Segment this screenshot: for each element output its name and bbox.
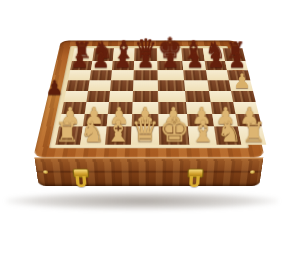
piece-white-bishop-f1: ♝ bbox=[190, 118, 216, 146]
piece-black-pawn-a7: ♟ bbox=[71, 52, 89, 71]
square-c6 bbox=[111, 70, 134, 80]
square-g4 bbox=[209, 91, 234, 102]
square-f7: ♟ bbox=[183, 61, 206, 71]
square-d4 bbox=[133, 91, 159, 102]
piece-white-knight-g1: ♞ bbox=[216, 119, 241, 146]
piece-black-pawn-b7: ♟ bbox=[92, 52, 110, 71]
square-f6 bbox=[183, 70, 207, 80]
piece-black-pawn-f7: ♟ bbox=[186, 52, 204, 71]
piece-white-knight-b1: ♞ bbox=[79, 119, 104, 146]
square-f5 bbox=[184, 80, 208, 91]
square-h4 bbox=[231, 91, 255, 102]
drop-shadow bbox=[6, 192, 278, 210]
brass-latch-left bbox=[70, 169, 92, 187]
square-d6 bbox=[134, 70, 158, 80]
square-a6 bbox=[68, 70, 90, 80]
piece-black-pawn-d7: ♟ bbox=[137, 52, 155, 71]
piece-white-bishop-c1: ♝ bbox=[105, 118, 131, 146]
box-front-face bbox=[34, 157, 263, 186]
hinge-pin-icon bbox=[250, 171, 255, 174]
square-b4 bbox=[86, 91, 110, 102]
piece-black-pawn-e7: ♟ bbox=[162, 52, 180, 71]
square-e6 bbox=[158, 70, 184, 80]
square-g7: ♟ bbox=[204, 61, 227, 71]
square-f1: ♝ bbox=[188, 126, 216, 145]
square-b5 bbox=[88, 80, 111, 91]
spare-light-piece-icon: ♟ bbox=[233, 71, 251, 91]
square-e5 bbox=[158, 80, 185, 91]
piece-white-king-e1: ♚ bbox=[160, 114, 190, 146]
square-c5 bbox=[110, 80, 134, 91]
hinge-pin-icon bbox=[43, 171, 48, 174]
square-d1: ♛ bbox=[131, 126, 159, 145]
spare-dark-piece-icon: ♟ bbox=[45, 78, 63, 98]
board-frame: ♟ ♟ ♜♞♝♛♚♝♞♜♟♟♟♟♟♟♟♟♟♟♟♟♟♟♟♟♜♞♝♛♚♝♞♜ bbox=[33, 41, 265, 158]
square-a7: ♟ bbox=[70, 61, 92, 71]
square-a1: ♜ bbox=[55, 126, 82, 145]
chess-set-photo: ♟ ♟ ♜♞♝♛♚♝♞♜♟♟♟♟♟♟♟♟♟♟♟♟♟♟♟♟♜♞♝♛♚♝♞♜ bbox=[0, 0, 298, 253]
square-f4 bbox=[185, 91, 210, 102]
piece-white-rook-a1: ♜ bbox=[55, 120, 79, 146]
square-h1: ♜ bbox=[238, 126, 266, 145]
square-a5 bbox=[66, 80, 89, 91]
square-e1: ♚ bbox=[159, 126, 190, 145]
square-g6 bbox=[206, 70, 229, 80]
square-c1: ♝ bbox=[105, 126, 132, 145]
square-c7: ♟ bbox=[112, 61, 135, 71]
square-c4 bbox=[109, 91, 133, 102]
board-inlay-band: ♜♞♝♛♚♝♞♜♟♟♟♟♟♟♟♟♟♟♟♟♟♟♟♟♜♞♝♛♚♝♞♜ bbox=[49, 46, 249, 148]
piece-white-rook-h1: ♜ bbox=[242, 120, 266, 146]
brass-latch-right bbox=[184, 169, 205, 187]
square-b1: ♞ bbox=[80, 126, 107, 145]
square-e4 bbox=[158, 91, 186, 102]
board-grid: ♜♞♝♛♚♝♞♜♟♟♟♟♟♟♟♟♟♟♟♟♟♟♟♟♜♞♝♛♚♝♞♜ bbox=[55, 48, 242, 144]
square-d5 bbox=[133, 80, 158, 91]
board-3d-wrapper: ♟ ♟ ♜♞♝♛♚♝♞♜♟♟♟♟♟♟♟♟♟♟♟♟♟♟♟♟♜♞♝♛♚♝♞♜ bbox=[33, 41, 265, 158]
square-g1: ♞ bbox=[214, 126, 242, 145]
piece-black-pawn-g7: ♟ bbox=[208, 52, 226, 71]
square-b7: ♟ bbox=[91, 61, 113, 71]
piece-black-pawn-c7: ♟ bbox=[114, 52, 132, 71]
latch-hook-icon bbox=[189, 176, 200, 187]
latch-hook-icon bbox=[76, 176, 87, 187]
square-g5 bbox=[207, 80, 231, 91]
square-b6 bbox=[89, 70, 112, 80]
square-e7: ♟ bbox=[158, 61, 184, 71]
square-a4 bbox=[64, 91, 88, 102]
square-d7: ♟ bbox=[134, 61, 158, 71]
piece-white-queen-d1: ♛ bbox=[131, 116, 159, 146]
